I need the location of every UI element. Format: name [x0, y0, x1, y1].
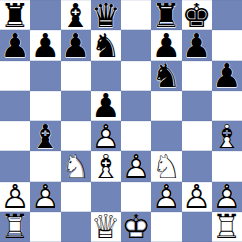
black-pawn[interactable]: ♟	[30, 30, 60, 60]
square-b7[interactable]: ♟	[30, 30, 60, 60]
square-c3[interactable]: ♞♘	[61, 151, 91, 181]
square-f2[interactable]: ♟♙	[151, 182, 181, 212]
white-pawn[interactable]: ♟♙	[30, 182, 60, 212]
square-f1[interactable]	[151, 212, 181, 242]
white-pawn[interactable]: ♟♙	[212, 182, 242, 212]
white-pawn-glyph: ♟	[151, 182, 181, 212]
white-queen-outline: ♕	[91, 212, 121, 242]
white-pawn[interactable]: ♟♙	[151, 182, 181, 212]
square-h3[interactable]	[212, 151, 242, 181]
square-e5[interactable]	[121, 91, 151, 121]
white-pawn[interactable]: ♟♙	[91, 121, 121, 151]
chess-board: ♜♝♛♜♚♟♟♟♞♟♟♞♟♟♝♟♙♝♗♞♘♝♗♟♙♞♘♟♙♟♙♟♙♟♙♟♙♜♖♛…	[0, 0, 242, 242]
white-pawn[interactable]: ♟♙	[0, 182, 30, 212]
black-pawn[interactable]: ♟	[182, 30, 212, 60]
white-knight[interactable]: ♞♘	[151, 151, 181, 181]
white-rook-outline: ♖	[0, 212, 30, 242]
square-h1[interactable]: ♜♖	[212, 212, 242, 242]
white-bishop[interactable]: ♝♗	[212, 121, 242, 151]
black-pawn-glyph: ♟	[212, 61, 242, 91]
white-pawn-glyph: ♟	[30, 182, 60, 212]
square-a7[interactable]: ♟	[0, 30, 30, 60]
square-g8[interactable]: ♚	[182, 0, 212, 30]
white-pawn-outline: ♙	[91, 121, 121, 151]
white-rook-glyph: ♜	[212, 212, 242, 242]
black-pawn[interactable]: ♟	[212, 61, 242, 91]
square-g5[interactable]	[182, 91, 212, 121]
square-e7[interactable]	[121, 30, 151, 60]
square-b1[interactable]	[30, 212, 60, 242]
square-a5[interactable]	[0, 91, 30, 121]
square-b8[interactable]	[30, 0, 60, 30]
square-b5[interactable]	[30, 91, 60, 121]
black-knight-glyph: ♞	[151, 61, 181, 91]
square-h4[interactable]: ♝♗	[212, 121, 242, 151]
black-knight[interactable]: ♞	[151, 61, 181, 91]
square-a6[interactable]	[0, 61, 30, 91]
white-pawn-outline: ♙	[182, 182, 212, 212]
square-c8[interactable]: ♝	[61, 0, 91, 30]
black-queen[interactable]: ♛	[91, 0, 121, 30]
square-a2[interactable]: ♟♙	[0, 182, 30, 212]
square-c7[interactable]: ♟	[61, 30, 91, 60]
square-g2[interactable]: ♟♙	[182, 182, 212, 212]
square-g7[interactable]: ♟	[182, 30, 212, 60]
square-h8[interactable]	[212, 0, 242, 30]
square-g6[interactable]	[182, 61, 212, 91]
square-c1[interactable]	[61, 212, 91, 242]
square-g1[interactable]	[182, 212, 212, 242]
white-king-glyph: ♚	[121, 212, 151, 242]
square-c4[interactable]	[61, 121, 91, 151]
square-a3[interactable]	[0, 151, 30, 181]
white-bishop-outline: ♗	[91, 151, 121, 181]
square-b3[interactable]	[30, 151, 60, 181]
black-king[interactable]: ♚	[182, 0, 212, 30]
white-pawn-outline: ♙	[121, 151, 151, 181]
square-d8[interactable]: ♛	[91, 0, 121, 30]
white-pawn-glyph: ♟	[182, 182, 212, 212]
white-rook-outline: ♖	[212, 212, 242, 242]
square-c5[interactable]	[61, 91, 91, 121]
square-b2[interactable]: ♟♙	[30, 182, 60, 212]
white-pawn-glyph: ♟	[121, 151, 151, 181]
black-rook[interactable]: ♜	[0, 0, 30, 30]
black-bishop[interactable]: ♝	[30, 121, 60, 151]
black-bishop-glyph: ♝	[30, 121, 60, 151]
square-e3[interactable]: ♟♙	[121, 151, 151, 181]
white-knight-outline: ♘	[61, 151, 91, 181]
square-b4[interactable]: ♝	[30, 121, 60, 151]
square-f5[interactable]	[151, 91, 181, 121]
black-pawn-glyph: ♟	[91, 91, 121, 121]
white-king-outline: ♔	[121, 212, 151, 242]
square-f6[interactable]: ♞	[151, 61, 181, 91]
square-h2[interactable]: ♟♙	[212, 182, 242, 212]
white-pawn-outline: ♙	[151, 182, 181, 212]
black-rook-glyph: ♜	[0, 0, 30, 30]
white-king[interactable]: ♚♔	[121, 212, 151, 242]
white-pawn-outline: ♙	[0, 182, 30, 212]
white-pawn[interactable]: ♟♙	[121, 151, 151, 181]
black-rook-glyph: ♜	[151, 0, 181, 30]
black-bishop-glyph: ♝	[61, 0, 91, 30]
white-bishop-glyph: ♝	[91, 151, 121, 181]
square-f7[interactable]: ♟	[151, 30, 181, 60]
square-e1[interactable]: ♚♔	[121, 212, 151, 242]
black-knight[interactable]: ♞	[91, 30, 121, 60]
square-h5[interactable]	[212, 91, 242, 121]
white-knight[interactable]: ♞♘	[61, 151, 91, 181]
white-pawn-outline: ♙	[30, 182, 60, 212]
black-pawn-glyph: ♟	[151, 30, 181, 60]
white-pawn-glyph: ♟	[91, 121, 121, 151]
square-d5[interactable]: ♟	[91, 91, 121, 121]
white-rook-glyph: ♜	[0, 212, 30, 242]
white-pawn-glyph: ♟	[212, 182, 242, 212]
white-pawn[interactable]: ♟♙	[182, 182, 212, 212]
black-pawn-glyph: ♟	[182, 30, 212, 60]
black-pawn[interactable]: ♟	[61, 30, 91, 60]
square-g4[interactable]	[182, 121, 212, 151]
white-knight-outline: ♘	[151, 151, 181, 181]
white-bishop-glyph: ♝	[212, 121, 242, 151]
square-e4[interactable]	[121, 121, 151, 151]
square-d7[interactable]: ♞	[91, 30, 121, 60]
white-knight-glyph: ♞	[151, 151, 181, 181]
square-g3[interactable]	[182, 151, 212, 181]
black-pawn[interactable]: ♟	[91, 91, 121, 121]
white-pawn-glyph: ♟	[0, 182, 30, 212]
square-a4[interactable]	[0, 121, 30, 151]
square-d2[interactable]	[91, 182, 121, 212]
square-f4[interactable]	[151, 121, 181, 151]
white-rook[interactable]: ♜♖	[0, 212, 30, 242]
square-f8[interactable]: ♜	[151, 0, 181, 30]
white-knight-glyph: ♞	[61, 151, 91, 181]
square-a8[interactable]: ♜	[0, 0, 30, 30]
square-d1[interactable]: ♛♕	[91, 212, 121, 242]
white-rook[interactable]: ♜♖	[212, 212, 242, 242]
square-c2[interactable]	[61, 182, 91, 212]
square-a1[interactable]: ♜♖	[0, 212, 30, 242]
white-queen-glyph: ♛	[91, 212, 121, 242]
square-h6[interactable]: ♟	[212, 61, 242, 91]
white-queen[interactable]: ♛♕	[91, 212, 121, 242]
black-bishop[interactable]: ♝	[61, 0, 91, 30]
square-d6[interactable]	[91, 61, 121, 91]
black-pawn[interactable]: ♟	[0, 30, 30, 60]
square-e8[interactable]	[121, 0, 151, 30]
black-knight-glyph: ♞	[91, 30, 121, 60]
square-e6[interactable]	[121, 61, 151, 91]
square-f3[interactable]: ♞♘	[151, 151, 181, 181]
square-e2[interactable]	[121, 182, 151, 212]
black-queen-glyph: ♛	[91, 0, 121, 30]
black-pawn-glyph: ♟	[30, 30, 60, 60]
square-d4[interactable]: ♟♙	[91, 121, 121, 151]
white-bishop[interactable]: ♝♗	[91, 151, 121, 181]
black-rook[interactable]: ♜	[151, 0, 181, 30]
black-pawn-glyph: ♟	[61, 30, 91, 60]
black-pawn-glyph: ♟	[0, 30, 30, 60]
square-h7[interactable]	[212, 30, 242, 60]
square-b6[interactable]	[30, 61, 60, 91]
square-d3[interactable]: ♝♗	[91, 151, 121, 181]
black-pawn[interactable]: ♟	[151, 30, 181, 60]
black-king-glyph: ♚	[182, 0, 212, 30]
white-bishop-outline: ♗	[212, 121, 242, 151]
square-c6[interactable]	[61, 61, 91, 91]
white-pawn-outline: ♙	[212, 182, 242, 212]
